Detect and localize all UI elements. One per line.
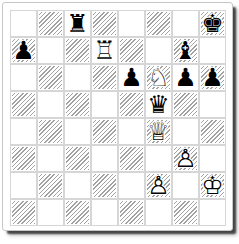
square-h8: ♚♚ xyxy=(199,10,226,37)
square-c5 xyxy=(64,91,91,118)
white-king-piece: ♚♔ xyxy=(200,172,225,199)
square-d1 xyxy=(91,199,118,226)
white-pawn-icon: ♙ xyxy=(174,145,196,172)
square-e4 xyxy=(118,118,145,145)
square-d5 xyxy=(91,91,118,118)
white-rook-icon: ♖ xyxy=(93,37,115,64)
square-b3 xyxy=(37,145,64,172)
black-pawn-piece: ♟♟ xyxy=(11,37,36,64)
square-c1 xyxy=(64,199,91,226)
square-f2: ♟♙ xyxy=(145,172,172,199)
black-bishop-icon: ♝ xyxy=(174,37,196,64)
square-f4: ♛♕ xyxy=(145,118,172,145)
square-e3 xyxy=(118,145,145,172)
square-b6 xyxy=(37,64,64,91)
square-h4 xyxy=(199,118,226,145)
chess-diagram-frame: ♜♜♚♚♟♟♜♖♝♝♟♟♞♘♟♟♟♟♛♛♛♕♟♙♟♙♚♔ xyxy=(2,2,233,231)
square-a5 xyxy=(10,91,37,118)
square-f7 xyxy=(145,37,172,64)
square-g5 xyxy=(172,91,199,118)
square-b1 xyxy=(37,199,64,226)
black-pawn-piece: ♟♟ xyxy=(200,64,225,91)
square-e5 xyxy=(118,91,145,118)
black-rook-icon: ♜ xyxy=(66,10,88,37)
square-b4 xyxy=(37,118,64,145)
square-a7: ♟♟ xyxy=(10,37,37,64)
square-a1 xyxy=(10,199,37,226)
square-h5 xyxy=(199,91,226,118)
black-pawn-piece: ♟♟ xyxy=(173,64,198,91)
square-a4 xyxy=(10,118,37,145)
square-c4 xyxy=(64,118,91,145)
black-bishop-piece: ♝♝ xyxy=(173,37,198,64)
square-g7: ♝♝ xyxy=(172,37,199,64)
square-e1 xyxy=(118,199,145,226)
square-f5: ♛♛ xyxy=(145,91,172,118)
square-a6 xyxy=(10,64,37,91)
square-b5 xyxy=(37,91,64,118)
square-a2 xyxy=(10,172,37,199)
square-e7 xyxy=(118,37,145,64)
square-h3 xyxy=(199,145,226,172)
square-e8 xyxy=(118,10,145,37)
black-pawn-piece: ♟♟ xyxy=(119,64,144,91)
square-f1 xyxy=(145,199,172,226)
square-h1 xyxy=(199,199,226,226)
white-queen-icon: ♕ xyxy=(147,118,169,145)
square-c8: ♜♜ xyxy=(64,10,91,37)
square-f3 xyxy=(145,145,172,172)
black-queen-piece: ♛♛ xyxy=(146,91,171,118)
black-king-piece: ♚♚ xyxy=(200,10,225,37)
white-knight-icon: ♘ xyxy=(147,64,169,91)
black-pawn-icon: ♟ xyxy=(12,37,34,64)
white-king-icon: ♔ xyxy=(201,172,223,199)
square-c2 xyxy=(64,172,91,199)
black-rook-piece: ♜♜ xyxy=(65,10,90,37)
square-b8 xyxy=(37,10,64,37)
white-pawn-icon: ♙ xyxy=(147,172,169,199)
square-g1 xyxy=(172,199,199,226)
square-a3 xyxy=(10,145,37,172)
white-pawn-piece: ♟♙ xyxy=(173,145,198,172)
black-pawn-icon: ♟ xyxy=(174,64,196,91)
square-c3 xyxy=(64,145,91,172)
black-pawn-icon: ♟ xyxy=(120,64,142,91)
square-g3: ♟♙ xyxy=(172,145,199,172)
white-queen-piece: ♛♕ xyxy=(146,118,171,145)
black-king-icon: ♚ xyxy=(201,10,223,37)
square-d3 xyxy=(91,145,118,172)
square-a8 xyxy=(10,10,37,37)
square-g2 xyxy=(172,172,199,199)
square-f8 xyxy=(145,10,172,37)
chess-board: ♜♜♚♚♟♟♜♖♝♝♟♟♞♘♟♟♟♟♛♛♛♕♟♙♟♙♚♔ xyxy=(10,10,226,226)
square-d8 xyxy=(91,10,118,37)
square-g4 xyxy=(172,118,199,145)
square-e2 xyxy=(118,172,145,199)
square-e6: ♟♟ xyxy=(118,64,145,91)
white-pawn-piece: ♟♙ xyxy=(146,172,171,199)
white-knight-piece: ♞♘ xyxy=(146,64,171,91)
square-h6: ♟♟ xyxy=(199,64,226,91)
square-d2 xyxy=(91,172,118,199)
square-f6: ♞♘ xyxy=(145,64,172,91)
square-d4 xyxy=(91,118,118,145)
page: ♜♜♚♚♟♟♜♖♝♝♟♟♞♘♟♟♟♟♛♛♛♕♟♙♟♙♚♔ xyxy=(0,0,239,244)
square-h7 xyxy=(199,37,226,64)
square-d7: ♜♖ xyxy=(91,37,118,64)
square-b2 xyxy=(37,172,64,199)
square-h2: ♚♔ xyxy=(199,172,226,199)
square-g6: ♟♟ xyxy=(172,64,199,91)
square-c6 xyxy=(64,64,91,91)
square-b7 xyxy=(37,37,64,64)
white-rook-piece: ♜♖ xyxy=(92,37,117,64)
square-g8 xyxy=(172,10,199,37)
square-c7 xyxy=(64,37,91,64)
square-d6 xyxy=(91,64,118,91)
black-queen-icon: ♛ xyxy=(147,91,169,118)
black-pawn-icon: ♟ xyxy=(201,64,223,91)
